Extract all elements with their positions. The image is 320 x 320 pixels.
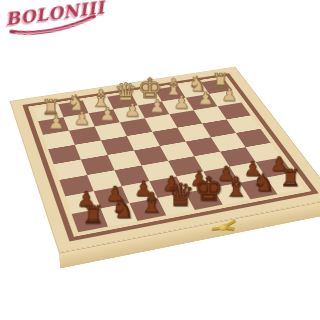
chess-piece-dark-knight: ♞ (252, 171, 274, 196)
square: ♝ (129, 198, 166, 221)
chess-piece-light-pawn: ♟ (173, 93, 189, 111)
chess-piece-dark-rook: ♜ (280, 167, 301, 191)
chess-piece-light-pawn: ♟ (149, 97, 165, 115)
chess-piece-light-pawn: ♟ (47, 113, 64, 132)
chess-box: ♜♞♝♛♚♝♞♜♟♟♟♟♟♟♟♟♟♟♟♟♟♟♟♟♜♞♝♛♚♝♞♜ (9, 67, 320, 253)
square (236, 129, 271, 147)
chess-piece-dark-knight: ♞ (111, 196, 134, 222)
chess-piece-dark-bishop: ♝ (139, 189, 164, 217)
chess-piece-dark-bishop: ♝ (224, 173, 248, 200)
chess-piece-light-pawn: ♟ (99, 105, 115, 123)
chess-board: ♜♞♝♛♚♝♞♜♟♟♟♟♟♟♟♟♟♟♟♟♟♟♟♟♜♞♝♛♚♝♞♜ (33, 79, 304, 233)
chess-piece-light-pawn: ♟ (124, 101, 140, 119)
chess-piece-light-pawn: ♟ (221, 86, 237, 104)
square: ♜ (72, 208, 108, 232)
chess-piece-light-pawn: ♟ (197, 90, 213, 108)
square: ♞ (101, 203, 138, 226)
chess-piece-dark-queen: ♛ (166, 180, 194, 211)
brass-clasp-icon (213, 220, 234, 235)
chess-piece-dark-king: ♚ (193, 173, 223, 206)
chess-piece-light-pawn: ♟ (73, 109, 90, 127)
product-photo-scene: ♜♞♝♛♚♝♞♜♟♟♟♟♟♟♟♟♟♟♟♟♟♟♟♟♜♞♝♛♚♝♞♜ (0, 0, 320, 320)
chess-piece-dark-rook: ♜ (82, 203, 104, 228)
